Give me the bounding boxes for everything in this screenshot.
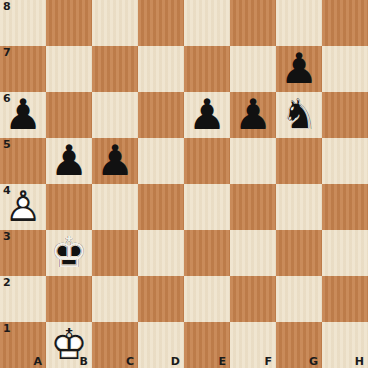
square-b7[interactable] <box>46 46 92 92</box>
black-pawn-glyph: ♟ <box>230 92 276 138</box>
square-g8[interactable] <box>276 0 322 46</box>
square-h5[interactable] <box>322 138 368 184</box>
square-h7[interactable] <box>322 46 368 92</box>
black-pawn[interactable]: ♟ <box>92 138 138 184</box>
file-label: B <box>80 355 88 368</box>
square-d8[interactable] <box>138 0 184 46</box>
square-g6[interactable]: ♞♘ <box>276 92 322 138</box>
square-b2[interactable] <box>46 276 92 322</box>
square-d2[interactable] <box>138 276 184 322</box>
square-g5[interactable] <box>276 138 322 184</box>
square-f5[interactable] <box>230 138 276 184</box>
square-e7[interactable] <box>184 46 230 92</box>
black-pawn-glyph: ♟ <box>46 138 92 184</box>
square-d5[interactable] <box>138 138 184 184</box>
square-e2[interactable] <box>184 276 230 322</box>
rank-label: 3 <box>3 230 11 244</box>
file-label: G <box>309 355 318 368</box>
black-knight[interactable]: ♞♘ <box>276 92 322 138</box>
square-e6[interactable]: ♟ <box>184 92 230 138</box>
square-g7[interactable]: ♟ <box>276 46 322 92</box>
square-a2[interactable]: 2 <box>0 276 46 322</box>
square-d4[interactable] <box>138 184 184 230</box>
black-pawn[interactable]: ♟ <box>46 138 92 184</box>
square-c8[interactable] <box>92 0 138 46</box>
square-f7[interactable] <box>230 46 276 92</box>
black-pawn[interactable]: ♟ <box>276 46 322 92</box>
rank-label: 1 <box>3 322 11 336</box>
square-e1[interactable]: E <box>184 322 230 368</box>
square-b4[interactable] <box>46 184 92 230</box>
square-a4[interactable]: 4♟♙ <box>0 184 46 230</box>
black-pawn-glyph: ♟ <box>184 92 230 138</box>
black-pawn[interactable]: ♟ <box>184 92 230 138</box>
black-pawn[interactable]: ♟ <box>230 92 276 138</box>
square-c6[interactable] <box>92 92 138 138</box>
square-d3[interactable] <box>138 230 184 276</box>
square-e5[interactable] <box>184 138 230 184</box>
file-label: D <box>171 355 180 368</box>
square-c1[interactable]: C <box>92 322 138 368</box>
rank-label: 7 <box>3 46 11 60</box>
square-c3[interactable] <box>92 230 138 276</box>
square-a6[interactable]: 6♟ <box>0 92 46 138</box>
square-d7[interactable] <box>138 46 184 92</box>
square-g3[interactable] <box>276 230 322 276</box>
chess-board: 87♟6♟♟♟♞♘5♟♟4♟♙3♚♔21AB♚♔CDEFGH <box>0 0 368 368</box>
square-g2[interactable] <box>276 276 322 322</box>
square-e8[interactable] <box>184 0 230 46</box>
square-h6[interactable] <box>322 92 368 138</box>
square-h4[interactable] <box>322 184 368 230</box>
file-label: H <box>355 355 364 368</box>
black-pawn-glyph: ♟ <box>276 46 322 92</box>
square-a7[interactable]: 7 <box>0 46 46 92</box>
square-f2[interactable] <box>230 276 276 322</box>
rank-label: 8 <box>3 0 11 14</box>
file-label: C <box>126 355 134 368</box>
square-b8[interactable] <box>46 0 92 46</box>
square-f6[interactable]: ♟ <box>230 92 276 138</box>
file-label: A <box>33 355 42 368</box>
square-b6[interactable] <box>46 92 92 138</box>
square-b3[interactable]: ♚♔ <box>46 230 92 276</box>
black-king-outline: ♔ <box>46 230 92 276</box>
square-g1[interactable]: G <box>276 322 322 368</box>
black-pawn-glyph: ♟ <box>92 138 138 184</box>
square-c7[interactable] <box>92 46 138 92</box>
rank-label: 2 <box>3 276 11 290</box>
square-a8[interactable]: 8 <box>0 0 46 46</box>
square-e4[interactable] <box>184 184 230 230</box>
rank-label: 5 <box>3 138 11 152</box>
square-c2[interactable] <box>92 276 138 322</box>
square-h1[interactable]: H <box>322 322 368 368</box>
rank-label: 6 <box>3 92 11 106</box>
square-h3[interactable] <box>322 230 368 276</box>
file-label: E <box>218 355 226 368</box>
square-h8[interactable] <box>322 0 368 46</box>
square-c4[interactable] <box>92 184 138 230</box>
square-h2[interactable] <box>322 276 368 322</box>
square-e3[interactable] <box>184 230 230 276</box>
square-f8[interactable] <box>230 0 276 46</box>
square-c5[interactable]: ♟ <box>92 138 138 184</box>
square-d6[interactable] <box>138 92 184 138</box>
square-a5[interactable]: 5 <box>0 138 46 184</box>
square-f3[interactable] <box>230 230 276 276</box>
black-knight-outline: ♘ <box>276 92 322 138</box>
square-a3[interactable]: 3 <box>0 230 46 276</box>
file-label: F <box>264 355 272 368</box>
square-a1[interactable]: 1A <box>0 322 46 368</box>
square-b5[interactable]: ♟ <box>46 138 92 184</box>
black-king[interactable]: ♚♔ <box>46 230 92 276</box>
rank-label: 4 <box>3 184 11 198</box>
square-b1[interactable]: B♚♔ <box>46 322 92 368</box>
square-g4[interactable] <box>276 184 322 230</box>
square-f1[interactable]: F <box>230 322 276 368</box>
square-d1[interactable]: D <box>138 322 184 368</box>
square-f4[interactable] <box>230 184 276 230</box>
